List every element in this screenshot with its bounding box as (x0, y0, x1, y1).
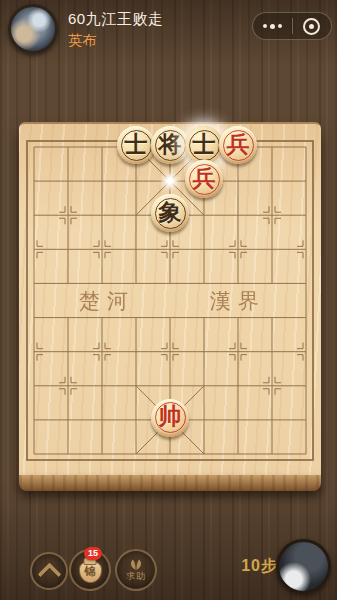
piece-char: 将 (159, 133, 182, 156)
steps-counter: 10步 (226, 556, 278, 577)
hint-count-badge: 15 (84, 547, 102, 560)
puzzle-subtitle: 英布 (68, 32, 96, 49)
xiangqi-board[interactable]: 楚河 漢界 士将士兵兵象帅 (19, 122, 321, 475)
app-screen: 60九江王败走 英布 楚河 漢界 士将士兵兵象帅 (0, 0, 337, 600)
piece-char: 士 (125, 133, 148, 156)
exit-button[interactable] (293, 13, 332, 39)
piece-red-帅[interactable]: 帅 (151, 399, 189, 437)
piece-char: 兵 (193, 167, 216, 190)
pieces-layer: 士将士兵兵象帅 (19, 124, 321, 475)
ask-help-button[interactable]: 求助 (115, 549, 157, 591)
piece-black-士[interactable]: 士 (185, 126, 223, 164)
piece-black-士[interactable]: 士 (117, 126, 155, 164)
money-bag-icon: 锦 (79, 561, 102, 583)
piece-red-兵[interactable]: 兵 (219, 126, 257, 164)
piece-char: 士 (193, 133, 216, 156)
player-avatar[interactable] (276, 539, 331, 594)
more-icon (263, 24, 282, 29)
puzzle-avatar (8, 4, 58, 54)
piece-char: 帅 (159, 405, 182, 428)
piece-red-兵[interactable]: 兵 (185, 160, 223, 198)
piece-black-象[interactable]: 象 (151, 194, 189, 232)
expand-button[interactable] (30, 552, 68, 590)
bag-char: 锦 (85, 564, 96, 579)
board-front-edge (19, 475, 321, 491)
miniprogram-capsule (252, 12, 332, 40)
chevron-up-icon (37, 562, 61, 586)
piece-black-将[interactable]: 将 (151, 126, 189, 164)
help-label: 求助 (126, 570, 146, 583)
piece-char: 兵 (227, 133, 250, 156)
piece-char: 象 (159, 201, 182, 224)
exit-icon (303, 18, 320, 35)
last-move-origin-marker (161, 172, 179, 190)
more-button[interactable] (253, 13, 292, 39)
puzzle-title: 60九江王败走 (68, 10, 163, 28)
